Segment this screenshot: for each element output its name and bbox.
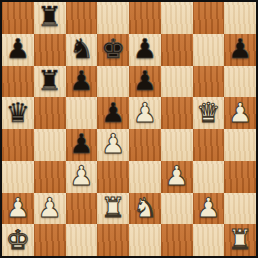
square-e2[interactable]: ♞ <box>129 193 161 225</box>
square-b3[interactable] <box>34 161 66 193</box>
square-a8[interactable] <box>2 2 34 34</box>
piece-black-pawn[interactable]: ♟ <box>69 129 93 159</box>
piece-white-rook[interactable]: ♜ <box>228 224 252 254</box>
piece-black-rook[interactable]: ♜ <box>38 66 62 96</box>
piece-white-pawn[interactable]: ♟ <box>101 129 125 159</box>
square-c8[interactable] <box>66 2 98 34</box>
square-c2[interactable] <box>66 193 98 225</box>
square-h5[interactable]: ♟ <box>224 97 256 129</box>
square-a6[interactable] <box>2 66 34 98</box>
piece-white-pawn[interactable]: ♟ <box>69 161 93 191</box>
square-b5[interactable] <box>34 97 66 129</box>
square-f7[interactable] <box>161 34 193 66</box>
piece-black-king[interactable]: ♚ <box>101 34 125 64</box>
square-b2[interactable]: ♟ <box>34 193 66 225</box>
square-d6[interactable] <box>97 66 129 98</box>
square-e4[interactable] <box>129 129 161 161</box>
piece-black-pawn[interactable]: ♟ <box>69 66 93 96</box>
square-g2[interactable]: ♟ <box>193 193 225 225</box>
square-g1[interactable] <box>193 224 225 256</box>
square-d8[interactable] <box>97 2 129 34</box>
piece-white-queen[interactable]: ♛ <box>196 97 220 127</box>
square-h2[interactable] <box>224 193 256 225</box>
square-e8[interactable] <box>129 2 161 34</box>
square-a4[interactable] <box>2 129 34 161</box>
square-g7[interactable] <box>193 34 225 66</box>
piece-white-pawn[interactable]: ♟ <box>38 193 62 223</box>
square-h4[interactable] <box>224 129 256 161</box>
square-f4[interactable] <box>161 129 193 161</box>
piece-white-rook[interactable]: ♜ <box>101 193 125 223</box>
piece-white-pawn[interactable]: ♟ <box>196 193 220 223</box>
square-c5[interactable] <box>66 97 98 129</box>
piece-black-rook[interactable]: ♜ <box>38 2 62 32</box>
square-g4[interactable] <box>193 129 225 161</box>
square-e5[interactable]: ♟ <box>129 97 161 129</box>
square-f8[interactable] <box>161 2 193 34</box>
square-f6[interactable] <box>161 66 193 98</box>
piece-white-pawn[interactable]: ♟ <box>6 193 30 223</box>
square-h3[interactable] <box>224 161 256 193</box>
square-d1[interactable] <box>97 224 129 256</box>
piece-black-pawn[interactable]: ♟ <box>133 66 157 96</box>
square-f3[interactable]: ♟ <box>161 161 193 193</box>
square-g6[interactable] <box>193 66 225 98</box>
square-e7[interactable]: ♟ <box>129 34 161 66</box>
square-g8[interactable] <box>193 2 225 34</box>
square-g5[interactable]: ♛ <box>193 97 225 129</box>
square-e3[interactable] <box>129 161 161 193</box>
chess-board: ♜♟♞♚♟♟♜♟♟♛♟♟♛♟♟♟♟♟♟♟♜♞♟♚♜ <box>2 2 256 256</box>
piece-black-pawn[interactable]: ♟ <box>6 34 30 64</box>
piece-white-pawn[interactable]: ♟ <box>165 161 189 191</box>
square-a3[interactable] <box>2 161 34 193</box>
square-h8[interactable] <box>224 2 256 34</box>
square-h7[interactable]: ♟ <box>224 34 256 66</box>
square-b8[interactable]: ♜ <box>34 2 66 34</box>
piece-white-pawn[interactable]: ♟ <box>133 97 157 127</box>
square-b4[interactable] <box>34 129 66 161</box>
square-a2[interactable]: ♟ <box>2 193 34 225</box>
square-d5[interactable]: ♟ <box>97 97 129 129</box>
square-c1[interactable] <box>66 224 98 256</box>
square-d3[interactable] <box>97 161 129 193</box>
square-c7[interactable]: ♞ <box>66 34 98 66</box>
chess-board-frame: ♜♟♞♚♟♟♜♟♟♛♟♟♛♟♟♟♟♟♟♟♜♞♟♚♜ <box>0 0 258 258</box>
square-d7[interactable]: ♚ <box>97 34 129 66</box>
square-g3[interactable] <box>193 161 225 193</box>
piece-black-pawn[interactable]: ♟ <box>133 34 157 64</box>
square-h6[interactable] <box>224 66 256 98</box>
square-f1[interactable] <box>161 224 193 256</box>
square-b7[interactable] <box>34 34 66 66</box>
square-f2[interactable] <box>161 193 193 225</box>
piece-black-pawn[interactable]: ♟ <box>228 34 252 64</box>
square-h1[interactable]: ♜ <box>224 224 256 256</box>
square-e1[interactable] <box>129 224 161 256</box>
square-b1[interactable] <box>34 224 66 256</box>
piece-white-pawn[interactable]: ♟ <box>228 97 252 127</box>
square-c3[interactable]: ♟ <box>66 161 98 193</box>
piece-white-knight[interactable]: ♞ <box>133 193 157 223</box>
square-e6[interactable]: ♟ <box>129 66 161 98</box>
square-f5[interactable] <box>161 97 193 129</box>
piece-black-knight[interactable]: ♞ <box>69 34 93 64</box>
piece-black-pawn[interactable]: ♟ <box>101 97 125 127</box>
square-c4[interactable]: ♟ <box>66 129 98 161</box>
piece-white-king[interactable]: ♚ <box>6 224 30 254</box>
square-a5[interactable]: ♛ <box>2 97 34 129</box>
square-d2[interactable]: ♜ <box>97 193 129 225</box>
square-d4[interactable]: ♟ <box>97 129 129 161</box>
square-a1[interactable]: ♚ <box>2 224 34 256</box>
square-b6[interactable]: ♜ <box>34 66 66 98</box>
square-a7[interactable]: ♟ <box>2 34 34 66</box>
square-c6[interactable]: ♟ <box>66 66 98 98</box>
piece-black-queen[interactable]: ♛ <box>6 97 30 127</box>
